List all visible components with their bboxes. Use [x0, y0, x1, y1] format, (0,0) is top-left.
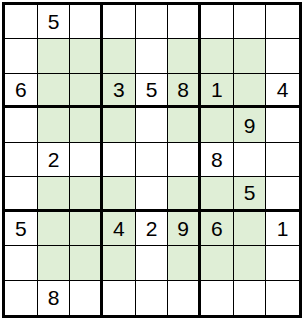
cell-r5c4[interactable]: [103, 143, 136, 177]
cell-r7c3[interactable]: [70, 212, 103, 246]
cell-r5c2[interactable]: 2: [38, 143, 71, 177]
cell-r6c9[interactable]: [266, 177, 299, 211]
cell-r2c8[interactable]: [234, 39, 267, 73]
cell-r8c4[interactable]: [103, 246, 136, 280]
cell-r5c7[interactable]: 8: [201, 143, 234, 177]
cell-r1c4[interactable]: [103, 5, 136, 39]
cell-r1c2[interactable]: 5: [38, 5, 71, 39]
cell-r6c3[interactable]: [70, 177, 103, 211]
cell-r4c4[interactable]: [103, 108, 136, 142]
cell-r9c8[interactable]: [234, 281, 267, 315]
cell-r3c7[interactable]: 1: [201, 74, 234, 108]
cell-r6c6[interactable]: [168, 177, 201, 211]
cell-r4c3[interactable]: [70, 108, 103, 142]
cell-r4c8[interactable]: 9: [234, 108, 267, 142]
cell-r9c6[interactable]: [168, 281, 201, 315]
cell-r2c5[interactable]: [136, 39, 169, 73]
cell-r5c1[interactable]: [5, 143, 38, 177]
cell-r1c9[interactable]: [266, 5, 299, 39]
cell-r6c2[interactable]: [38, 177, 71, 211]
cell-r2c6[interactable]: [168, 39, 201, 73]
cell-r4c7[interactable]: [201, 108, 234, 142]
cell-r6c1[interactable]: [5, 177, 38, 211]
cell-r7c4[interactable]: 4: [103, 212, 136, 246]
cell-r3c5[interactable]: 5: [136, 74, 169, 108]
cell-r2c9[interactable]: [266, 39, 299, 73]
cell-r5c8[interactable]: [234, 143, 267, 177]
cell-r6c5[interactable]: [136, 177, 169, 211]
cell-r4c1[interactable]: [5, 108, 38, 142]
cell-r6c7[interactable]: [201, 177, 234, 211]
cell-r9c3[interactable]: [70, 281, 103, 315]
cell-r1c6[interactable]: [168, 5, 201, 39]
cell-r2c7[interactable]: [201, 39, 234, 73]
cell-r4c9[interactable]: [266, 108, 299, 142]
cell-r5c5[interactable]: [136, 143, 169, 177]
cell-r6c8[interactable]: 5: [234, 177, 267, 211]
cell-r8c5[interactable]: [136, 246, 169, 280]
cell-r1c7[interactable]: [201, 5, 234, 39]
cell-r1c3[interactable]: [70, 5, 103, 39]
cell-r6c4[interactable]: [103, 177, 136, 211]
cell-r2c1[interactable]: [5, 39, 38, 73]
cell-r9c4[interactable]: [103, 281, 136, 315]
cell-r7c8[interactable]: [234, 212, 267, 246]
cell-r2c4[interactable]: [103, 39, 136, 73]
cell-r3c1[interactable]: 6: [5, 74, 38, 108]
cell-r8c6[interactable]: [168, 246, 201, 280]
cell-r4c6[interactable]: [168, 108, 201, 142]
cell-r7c5[interactable]: 2: [136, 212, 169, 246]
cell-r3c2[interactable]: [38, 74, 71, 108]
cell-r9c1[interactable]: [5, 281, 38, 315]
cell-r3c3[interactable]: [70, 74, 103, 108]
cell-r2c2[interactable]: [38, 39, 71, 73]
cell-r8c2[interactable]: [38, 246, 71, 280]
cell-r7c2[interactable]: [38, 212, 71, 246]
cell-r5c9[interactable]: [266, 143, 299, 177]
cell-r5c6[interactable]: [168, 143, 201, 177]
cell-r7c1[interactable]: 5: [5, 212, 38, 246]
cell-r1c1[interactable]: [5, 5, 38, 39]
cell-r7c7[interactable]: 6: [201, 212, 234, 246]
cell-r1c8[interactable]: [234, 5, 267, 39]
cell-r8c7[interactable]: [201, 246, 234, 280]
cell-r3c8[interactable]: [234, 74, 267, 108]
cell-r8c8[interactable]: [234, 246, 267, 280]
cell-r3c6[interactable]: 8: [168, 74, 201, 108]
cell-r9c5[interactable]: [136, 281, 169, 315]
cell-r3c4[interactable]: 3: [103, 74, 136, 108]
cell-r3c9[interactable]: 4: [266, 74, 299, 108]
cell-r7c6[interactable]: 9: [168, 212, 201, 246]
cell-r9c2[interactable]: 8: [38, 281, 71, 315]
cell-r1c5[interactable]: [136, 5, 169, 39]
cell-r4c2[interactable]: [38, 108, 71, 142]
cell-r8c9[interactable]: [266, 246, 299, 280]
cell-r9c7[interactable]: [201, 281, 234, 315]
page: 563581492855429618: [0, 0, 304, 320]
cell-r5c3[interactable]: [70, 143, 103, 177]
cell-r4c5[interactable]: [136, 108, 169, 142]
cell-r9c9[interactable]: [266, 281, 299, 315]
sudoku-board: 563581492855429618: [2, 2, 302, 318]
cell-r2c3[interactable]: [70, 39, 103, 73]
cell-r7c9[interactable]: 1: [266, 212, 299, 246]
cell-r8c3[interactable]: [70, 246, 103, 280]
cell-r8c1[interactable]: [5, 246, 38, 280]
